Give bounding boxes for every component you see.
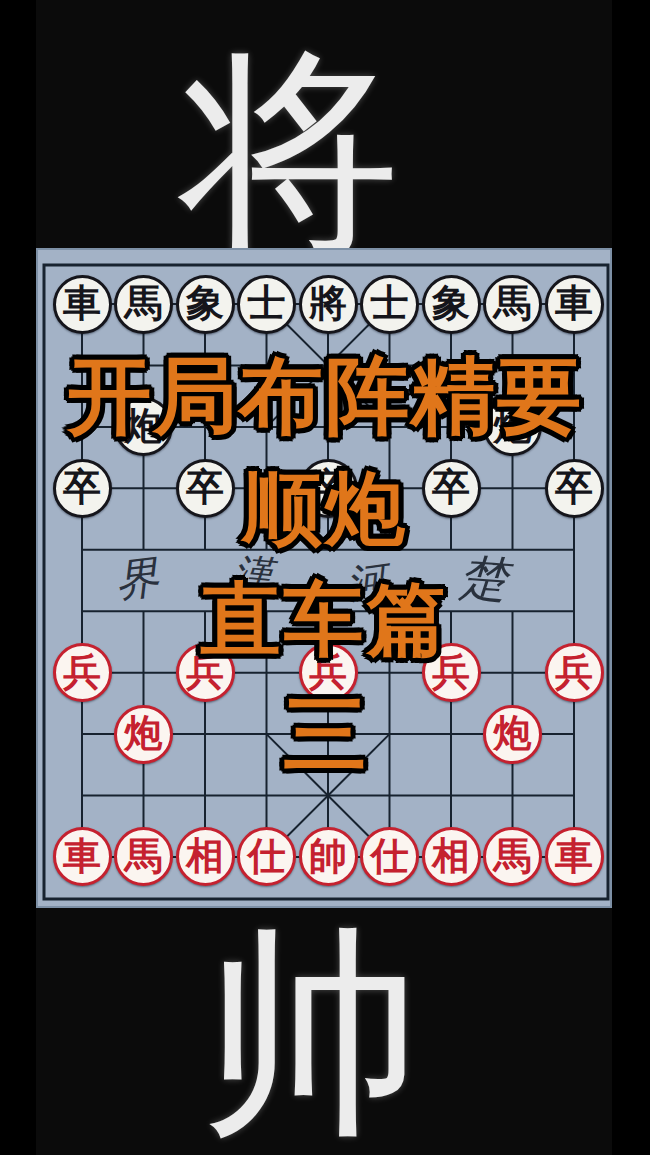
piece-glyph: 相 — [186, 837, 224, 875]
piece-black-elephant[interactable]: 象 — [176, 275, 235, 334]
piece-black-general[interactable]: 將 — [299, 275, 358, 334]
top-calligraphy-general: 将 — [179, 28, 401, 278]
piece-glyph: 馬 — [125, 837, 163, 875]
piece-black-horse[interactable]: 馬 — [114, 275, 173, 334]
piece-glyph: 車 — [555, 284, 593, 322]
piece-glyph: 士 — [248, 284, 286, 322]
series-overlay: 直车篇 — [0, 578, 650, 662]
piece-glyph: 仕 — [248, 837, 286, 875]
subtitle-overlay: 顺炮 — [0, 467, 650, 551]
piece-red-elephant[interactable]: 相 — [176, 827, 235, 886]
video-frame: 将 — [0, 0, 650, 1155]
piece-glyph: 帥 — [309, 837, 347, 875]
piece-black-chariot[interactable]: 車 — [545, 275, 604, 334]
piece-glyph: 將 — [309, 284, 347, 322]
piece-glyph: 相 — [432, 837, 470, 875]
piece-black-advisor[interactable]: 士 — [360, 275, 419, 334]
piece-glyph: 馬 — [494, 837, 532, 875]
piece-glyph: 仕 — [371, 837, 409, 875]
piece-glyph: 車 — [555, 837, 593, 875]
piece-glyph: 馬 — [125, 284, 163, 322]
piece-black-advisor[interactable]: 士 — [237, 275, 296, 334]
title-overlay: 开局布阵精要 — [0, 352, 650, 440]
piece-glyph: 象 — [432, 284, 470, 322]
piece-red-advisor[interactable]: 仕 — [360, 827, 419, 886]
piece-red-horse[interactable]: 馬 — [114, 827, 173, 886]
piece-glyph: 車 — [63, 837, 101, 875]
piece-glyph: 馬 — [494, 284, 532, 322]
piece-red-elephant[interactable]: 相 — [422, 827, 481, 886]
piece-red-advisor[interactable]: 仕 — [237, 827, 296, 886]
piece-glyph: 士 — [371, 284, 409, 322]
episode-number-overlay: 三 — [0, 690, 650, 778]
piece-red-chariot[interactable]: 車 — [545, 827, 604, 886]
piece-black-horse[interactable]: 馬 — [483, 275, 542, 334]
piece-glyph: 車 — [63, 284, 101, 322]
bottom-calligraphy-marshal: 帅 — [201, 908, 423, 1155]
piece-black-chariot[interactable]: 車 — [53, 275, 112, 334]
piece-black-elephant[interactable]: 象 — [422, 275, 481, 334]
piece-red-chariot[interactable]: 車 — [53, 827, 112, 886]
piece-glyph: 象 — [186, 284, 224, 322]
piece-red-general[interactable]: 帥 — [299, 827, 358, 886]
piece-red-horse[interactable]: 馬 — [483, 827, 542, 886]
